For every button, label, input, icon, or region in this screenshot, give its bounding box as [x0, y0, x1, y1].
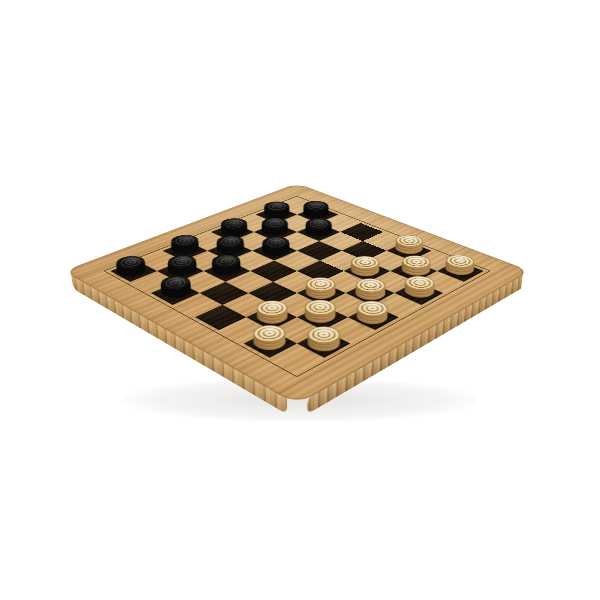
checkers-board — [64, 183, 531, 404]
board-anchor — [132, 106, 462, 436]
dark-piece[interactable] — [112, 262, 152, 280]
board-field — [110, 198, 483, 372]
square-h4[interactable] — [348, 305, 399, 330]
wood-piece[interactable] — [440, 261, 480, 279]
product-photo — [0, 0, 600, 600]
board-surface — [64, 183, 531, 404]
